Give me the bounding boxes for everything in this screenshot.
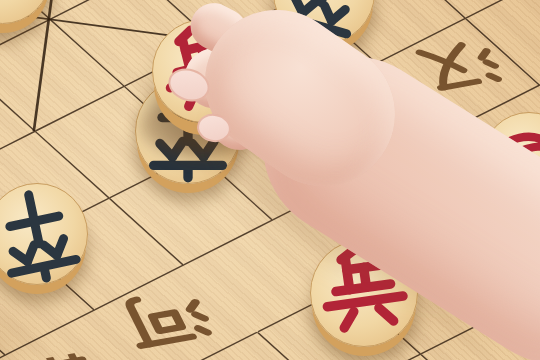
hand-layer <box>0 0 540 360</box>
photo-xiangqi-scene <box>0 0 540 360</box>
